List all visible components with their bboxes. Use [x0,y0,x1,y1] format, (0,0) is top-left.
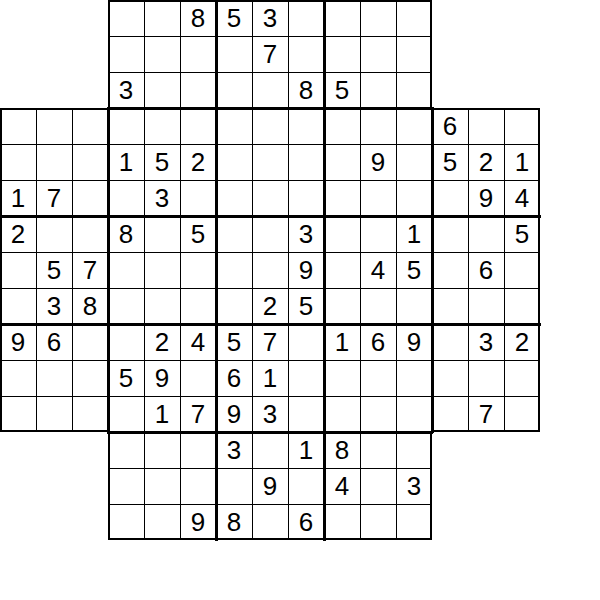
cell-r9c2-given: 3 [36,288,72,324]
cell-r10c7-given: 5 [216,324,252,360]
cell-r12c3[interactable] [72,396,108,432]
grid-line [107,107,433,110]
cell-r4c1[interactable] [0,108,36,144]
cell-r12c8-given: 3 [252,396,288,432]
grid-line [0,252,540,253]
cell-r3c11[interactable] [360,72,396,108]
sudoku-board: 8537385615295211739428531557945638259624… [0,0,540,540]
cell-r3c4-given: 3 [108,72,144,108]
cell-r10c9[interactable] [288,324,324,360]
cell-r11c6[interactable] [180,360,216,396]
cell-r12c12[interactable] [396,396,432,432]
grid-line [108,72,432,73]
cell-r14c10-given: 4 [324,468,360,504]
grid-line [430,432,432,540]
cell-r8c3-given: 7 [72,252,108,288]
cell-r12c7-given: 9 [216,396,252,432]
cell-r9c3-given: 8 [72,288,108,324]
cell-r8c2-given: 5 [36,252,72,288]
cell-r6c8[interactable] [252,180,288,216]
cell-r8c6[interactable] [180,252,216,288]
cell-r6c6[interactable] [180,180,216,216]
cell-r9c10[interactable] [324,288,360,324]
cell-r12c11[interactable] [360,396,396,432]
cell-r7c9-given: 3 [288,216,324,252]
cell-r14c11[interactable] [360,468,396,504]
cell-r4c7[interactable] [216,108,252,144]
grid-line [108,468,432,469]
cell-r7c13[interactable] [432,216,468,252]
cell-r9c6[interactable] [180,288,216,324]
grid-line [360,0,361,540]
cell-r9c15[interactable] [504,288,540,324]
grid-line [432,108,540,110]
cell-r4c14[interactable] [468,108,504,144]
cell-r4c9[interactable] [288,108,324,144]
cell-r2c10[interactable] [324,36,360,72]
cell-r6c7[interactable] [216,180,252,216]
cell-r13c8[interactable] [252,432,288,468]
cell-r5c4-given: 1 [108,144,144,180]
cell-r8c10[interactable] [324,252,360,288]
cell-r4c15[interactable] [504,108,540,144]
cell-r11c15[interactable] [504,360,540,396]
cell-r3c9-given: 8 [288,72,324,108]
cell-r11c5-given: 9 [144,360,180,396]
cell-r11c14[interactable] [468,360,504,396]
cell-r11c11[interactable] [360,360,396,396]
cell-r8c9-given: 9 [288,252,324,288]
cell-r1c6-given: 8 [180,0,216,36]
cell-r8c8[interactable] [252,252,288,288]
cell-r11c7-given: 6 [216,360,252,396]
cell-r2c12[interactable] [396,36,432,72]
cell-r11c2[interactable] [36,360,72,396]
cell-r9c11[interactable] [360,288,396,324]
cell-r4c6[interactable] [180,108,216,144]
cell-r11c10[interactable] [324,360,360,396]
cell-r5c11-given: 9 [360,144,396,180]
grid-line [108,538,432,540]
grid-line [107,431,433,434]
cell-r6c13[interactable] [432,180,468,216]
cell-r7c15-given: 5 [504,216,540,252]
cell-r4c8[interactable] [252,108,288,144]
grid-line [504,108,505,432]
cell-r6c1-given: 1 [0,180,36,216]
grid-line [0,180,540,181]
cell-r7c3[interactable] [72,216,108,252]
cell-r2c7[interactable] [216,36,252,72]
cell-r7c14[interactable] [468,216,504,252]
cell-r11c8-given: 1 [252,360,288,396]
cell-r4c2[interactable] [36,108,72,144]
cell-r7c6-given: 5 [180,216,216,252]
cell-r5c13-given: 5 [432,144,468,180]
cell-r5c3[interactable] [72,144,108,180]
cell-r3c10-given: 5 [324,72,360,108]
cell-r3c5[interactable] [144,72,180,108]
grid-line [108,36,432,37]
cell-r10c3[interactable] [72,324,108,360]
cell-r6c14-given: 9 [468,180,504,216]
cell-r8c1[interactable] [0,252,36,288]
cell-r8c13[interactable] [432,252,468,288]
cell-r10c5-given: 2 [144,324,180,360]
cell-r10c2-given: 6 [36,324,72,360]
cell-r7c5[interactable] [144,216,180,252]
cell-r2c4[interactable] [108,36,144,72]
cell-r3c8[interactable] [252,72,288,108]
cell-r5c12[interactable] [396,144,432,180]
grid-line [0,396,540,397]
cell-r10c10-given: 1 [324,324,360,360]
cell-r1c10[interactable] [324,0,360,36]
grid-line [0,144,540,145]
cell-r13c4[interactable] [108,432,144,468]
grid-line [288,0,289,540]
cell-r1c9[interactable] [288,0,324,36]
cell-r3c6[interactable] [180,72,216,108]
cell-r13c10-given: 8 [324,432,360,468]
grid-line [215,0,218,541]
grid-line [0,288,540,289]
cell-r14c7[interactable] [216,468,252,504]
cell-r5c9[interactable] [288,144,324,180]
grid-line [538,108,540,432]
cell-r13c12[interactable] [396,432,432,468]
cell-r8c12-given: 5 [396,252,432,288]
cell-r5c14-given: 2 [468,144,504,180]
grid-line [180,0,181,540]
cell-r6c10[interactable] [324,180,360,216]
cell-r5c6-given: 2 [180,144,216,180]
cell-r9c7[interactable] [216,288,252,324]
grid-line [0,108,2,432]
cell-r12c15[interactable] [504,396,540,432]
cell-r15c7-given: 8 [216,504,252,540]
cell-r7c8[interactable] [252,216,288,252]
cell-r10c1-given: 9 [0,324,36,360]
cell-r4c4[interactable] [108,108,144,144]
grid-line [396,0,397,540]
grid-line [108,504,432,505]
cell-r3c7[interactable] [216,72,252,108]
cell-r5c7[interactable] [216,144,252,180]
cell-r9c14[interactable] [468,288,504,324]
cell-r11c4-given: 5 [108,360,144,396]
cell-r12c2[interactable] [36,396,72,432]
cell-r12c13[interactable] [432,396,468,432]
cell-r13c5[interactable] [144,432,180,468]
cell-r11c9[interactable] [288,360,324,396]
cell-r1c11[interactable] [360,0,396,36]
cell-r1c8-given: 3 [252,0,288,36]
grid-line [252,0,253,540]
cell-r12c1[interactable] [0,396,36,432]
grid-line [108,0,110,108]
cell-r5c10[interactable] [324,144,360,180]
cell-r6c2-given: 7 [36,180,72,216]
grid-line [0,360,540,361]
grid-line [432,430,540,432]
cell-r3c12[interactable] [396,72,432,108]
cell-r7c4-given: 8 [108,216,144,252]
cell-r1c4[interactable] [108,0,144,36]
cell-r15c8[interactable] [252,504,288,540]
cell-r14c12-given: 3 [396,468,432,504]
cell-r15c6-given: 9 [180,504,216,540]
cell-r6c5-given: 3 [144,180,180,216]
cell-r5c15-given: 1 [504,144,540,180]
grid-line [430,0,432,108]
cell-r12c5-given: 1 [144,396,180,432]
cell-r9c1[interactable] [0,288,36,324]
cell-r12c10[interactable] [324,396,360,432]
cell-r12c4[interactable] [108,396,144,432]
cell-r11c3[interactable] [72,360,108,396]
cell-r1c5[interactable] [144,0,180,36]
cell-r10c14-given: 3 [468,324,504,360]
grid-line [431,107,434,433]
cell-r8c5[interactable] [144,252,180,288]
cell-r5c5-given: 5 [144,144,180,180]
cell-r9c4[interactable] [108,288,144,324]
cell-r2c6[interactable] [180,36,216,72]
cell-r2c5[interactable] [144,36,180,72]
cell-r8c15[interactable] [504,252,540,288]
cell-r4c3[interactable] [72,108,108,144]
cell-r10c4[interactable] [108,324,144,360]
cell-r12c9[interactable] [288,396,324,432]
cell-r1c12[interactable] [396,0,432,36]
cell-r8c4[interactable] [108,252,144,288]
cell-r14c9[interactable] [288,468,324,504]
cell-r14c4[interactable] [108,468,144,504]
cell-r2c8-given: 7 [252,36,288,72]
cell-r10c6-given: 4 [180,324,216,360]
cell-r6c9[interactable] [288,180,324,216]
cell-r4c12[interactable] [396,108,432,144]
grid-line [72,108,73,432]
grid-line [468,108,469,432]
cell-r12c14-given: 7 [468,396,504,432]
cell-r9c8-given: 2 [252,288,288,324]
cell-r11c13[interactable] [432,360,468,396]
cell-r7c10[interactable] [324,216,360,252]
grid-line [323,0,326,541]
cell-r15c9-given: 6 [288,504,324,540]
grid-line [108,432,110,540]
cell-r7c7[interactable] [216,216,252,252]
cell-r9c9-given: 5 [288,288,324,324]
grid-line [108,0,432,2]
cell-r10c15-given: 2 [504,324,540,360]
grid-line [144,0,145,540]
cell-r8c7[interactable] [216,252,252,288]
cell-r14c6[interactable] [180,468,216,504]
grid-line [36,108,37,432]
cell-r7c2[interactable] [36,216,72,252]
cell-r10c12-given: 9 [396,324,432,360]
cell-r11c12[interactable] [396,360,432,396]
cell-r7c11[interactable] [360,216,396,252]
cell-r13c6[interactable] [180,432,216,468]
cell-r6c11[interactable] [360,180,396,216]
cell-r2c9[interactable] [288,36,324,72]
cell-r4c5[interactable] [144,108,180,144]
cell-r13c9-given: 1 [288,432,324,468]
cell-r7c1-given: 2 [0,216,36,252]
cell-r15c11[interactable] [360,504,396,540]
cell-r6c4[interactable] [108,180,144,216]
cell-r10c11-given: 6 [360,324,396,360]
cell-r5c1[interactable] [0,144,36,180]
cell-r2c11[interactable] [360,36,396,72]
cell-r12c6-given: 7 [180,396,216,432]
cell-r4c11[interactable] [360,108,396,144]
cell-r6c3[interactable] [72,180,108,216]
cell-r9c12[interactable] [396,288,432,324]
cell-r13c7-given: 3 [216,432,252,468]
cell-r9c13[interactable] [432,288,468,324]
cell-r11c1[interactable] [0,360,36,396]
cell-r9c5[interactable] [144,288,180,324]
cell-r5c2[interactable] [36,144,72,180]
cell-r10c13[interactable] [432,324,468,360]
cell-r1c7-given: 5 [216,0,252,36]
cell-r15c10[interactable] [324,504,360,540]
cell-r14c5[interactable] [144,468,180,504]
cell-r10c8-given: 7 [252,324,288,360]
grid-line [0,323,541,326]
grid-line [0,215,541,218]
cell-r5c8[interactable] [252,144,288,180]
cell-r14c8-given: 9 [252,468,288,504]
cell-r15c5[interactable] [144,504,180,540]
cell-r4c13-given: 6 [432,108,468,144]
cell-r15c12[interactable] [396,504,432,540]
cell-r15c4[interactable] [108,504,144,540]
cell-r13c11[interactable] [360,432,396,468]
cell-r8c11-given: 4 [360,252,396,288]
grid-line [0,108,108,110]
cell-r8c14-given: 6 [468,252,504,288]
grid-line [107,107,110,433]
cell-r4c10[interactable] [324,108,360,144]
cell-r7c12-given: 1 [396,216,432,252]
grid-line [0,430,108,432]
cell-r6c15-given: 4 [504,180,540,216]
cell-r6c12[interactable] [396,180,432,216]
